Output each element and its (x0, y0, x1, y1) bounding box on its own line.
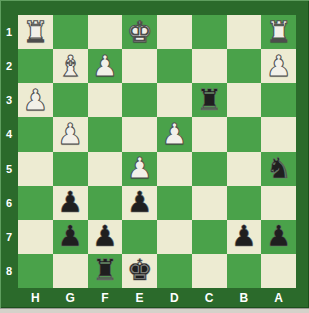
square-d3[interactable] (157, 83, 192, 117)
piece-black-pawn[interactable]: ♟ (57, 222, 83, 251)
piece-white-king[interactable]: ♚ (127, 18, 153, 47)
square-c4[interactable] (192, 117, 227, 151)
file-label-c: C (192, 288, 227, 307)
rank-label-1: 1 (0, 15, 18, 49)
piece-white-pawn[interactable]: ♟ (57, 120, 83, 149)
piece-white-pawn[interactable]: ♟ (161, 120, 187, 149)
piece-black-pawn[interactable]: ♟ (231, 222, 257, 251)
square-h1[interactable]: ♜ (18, 15, 53, 49)
square-c7[interactable] (192, 220, 227, 254)
square-c1[interactable] (192, 15, 227, 49)
square-c6[interactable] (192, 186, 227, 220)
square-f8[interactable]: ♜ (88, 254, 123, 288)
piece-black-rook[interactable]: ♜ (196, 86, 222, 115)
square-g1[interactable] (53, 15, 88, 49)
square-a3[interactable] (261, 83, 296, 117)
piece-white-pawn[interactable]: ♟ (266, 52, 292, 81)
file-label-d: D (157, 288, 192, 307)
square-d5[interactable] (157, 152, 192, 186)
square-d1[interactable] (157, 15, 192, 49)
square-b1[interactable] (227, 15, 262, 49)
square-f7[interactable]: ♟ (88, 220, 123, 254)
piece-black-pawn[interactable]: ♟ (57, 188, 83, 217)
square-b7[interactable]: ♟ (227, 220, 262, 254)
square-e2[interactable] (122, 49, 157, 83)
square-h8[interactable] (18, 254, 53, 288)
square-e6[interactable]: ♟ (122, 186, 157, 220)
file-label-f: F (88, 288, 123, 307)
square-h7[interactable] (18, 220, 53, 254)
file-label-b: B (227, 288, 262, 307)
square-a7[interactable]: ♟ (261, 220, 296, 254)
rank-label-8: 8 (0, 254, 18, 288)
square-f4[interactable] (88, 117, 123, 151)
page-background-strip (0, 308, 309, 313)
piece-white-bishop[interactable]: ♝ (57, 52, 83, 81)
square-e1[interactable]: ♚ (122, 15, 157, 49)
square-e8[interactable]: ♚ (122, 254, 157, 288)
piece-black-pawn[interactable]: ♟ (92, 222, 118, 251)
square-f1[interactable] (88, 15, 123, 49)
piece-black-rook[interactable]: ♜ (92, 256, 118, 285)
piece-black-pawn[interactable]: ♟ (127, 188, 153, 217)
board-frame: 12345678 ♜♚♜♝♟♟♟♜♟♟♟♞♟♟♟♟♟♟♜♚ HGFEDCBA (0, 0, 309, 308)
square-g6[interactable]: ♟ (53, 186, 88, 220)
piece-white-rook[interactable]: ♜ (22, 18, 48, 47)
square-b4[interactable] (227, 117, 262, 151)
file-label-h: H (18, 288, 53, 307)
rank-labels: 12345678 (0, 15, 18, 288)
square-f6[interactable] (88, 186, 123, 220)
square-b6[interactable] (227, 186, 262, 220)
square-g2[interactable]: ♝ (53, 49, 88, 83)
piece-white-pawn[interactable]: ♟ (92, 52, 118, 81)
rank-label-2: 2 (0, 49, 18, 83)
piece-white-pawn[interactable]: ♟ (22, 86, 48, 115)
square-h2[interactable] (18, 49, 53, 83)
square-f5[interactable] (88, 152, 123, 186)
square-a1[interactable]: ♜ (261, 15, 296, 49)
square-d6[interactable] (157, 186, 192, 220)
piece-black-pawn[interactable]: ♟ (266, 222, 292, 251)
square-d2[interactable] (157, 49, 192, 83)
file-label-e: E (122, 288, 157, 307)
square-c2[interactable] (192, 49, 227, 83)
square-b8[interactable] (227, 254, 262, 288)
square-a8[interactable] (261, 254, 296, 288)
square-b3[interactable] (227, 83, 262, 117)
square-e4[interactable] (122, 117, 157, 151)
square-g8[interactable] (53, 254, 88, 288)
square-a6[interactable] (261, 186, 296, 220)
piece-white-pawn[interactable]: ♟ (127, 154, 153, 183)
rank-label-4: 4 (0, 117, 18, 151)
square-c8[interactable] (192, 254, 227, 288)
square-g4[interactable]: ♟ (53, 117, 88, 151)
square-d4[interactable]: ♟ (157, 117, 192, 151)
rank-label-7: 7 (0, 220, 18, 254)
square-h5[interactable] (18, 152, 53, 186)
square-d7[interactable] (157, 220, 192, 254)
file-label-g: G (53, 288, 88, 307)
square-a5[interactable]: ♞ (261, 152, 296, 186)
square-e5[interactable]: ♟ (122, 152, 157, 186)
square-d8[interactable] (157, 254, 192, 288)
square-a4[interactable] (261, 117, 296, 151)
square-b2[interactable] (227, 49, 262, 83)
file-labels: HGFEDCBA (18, 288, 296, 307)
square-a2[interactable]: ♟ (261, 49, 296, 83)
piece-white-rook[interactable]: ♜ (266, 18, 292, 47)
chess-diagram: 12345678 ♜♚♜♝♟♟♟♜♟♟♟♞♟♟♟♟♟♟♜♚ HGFEDCBA (0, 0, 309, 313)
rank-label-5: 5 (0, 152, 18, 186)
board-grid[interactable]: ♜♚♜♝♟♟♟♜♟♟♟♞♟♟♟♟♟♟♜♚ (18, 15, 296, 288)
square-h6[interactable] (18, 186, 53, 220)
piece-black-king[interactable]: ♚ (127, 256, 153, 285)
square-g7[interactable]: ♟ (53, 220, 88, 254)
piece-black-knight[interactable]: ♞ (266, 154, 292, 183)
square-e3[interactable] (122, 83, 157, 117)
square-f3[interactable] (88, 83, 123, 117)
square-h3[interactable]: ♟ (18, 83, 53, 117)
square-g3[interactable] (53, 83, 88, 117)
square-c5[interactable] (192, 152, 227, 186)
square-e7[interactable] (122, 220, 157, 254)
square-h4[interactable] (18, 117, 53, 151)
square-f2[interactable]: ♟ (88, 49, 123, 83)
square-g5[interactable] (53, 152, 88, 186)
square-c3[interactable]: ♜ (192, 83, 227, 117)
file-label-a: A (261, 288, 296, 307)
rank-label-6: 6 (0, 186, 18, 220)
square-b5[interactable] (227, 152, 262, 186)
rank-label-3: 3 (0, 83, 18, 117)
